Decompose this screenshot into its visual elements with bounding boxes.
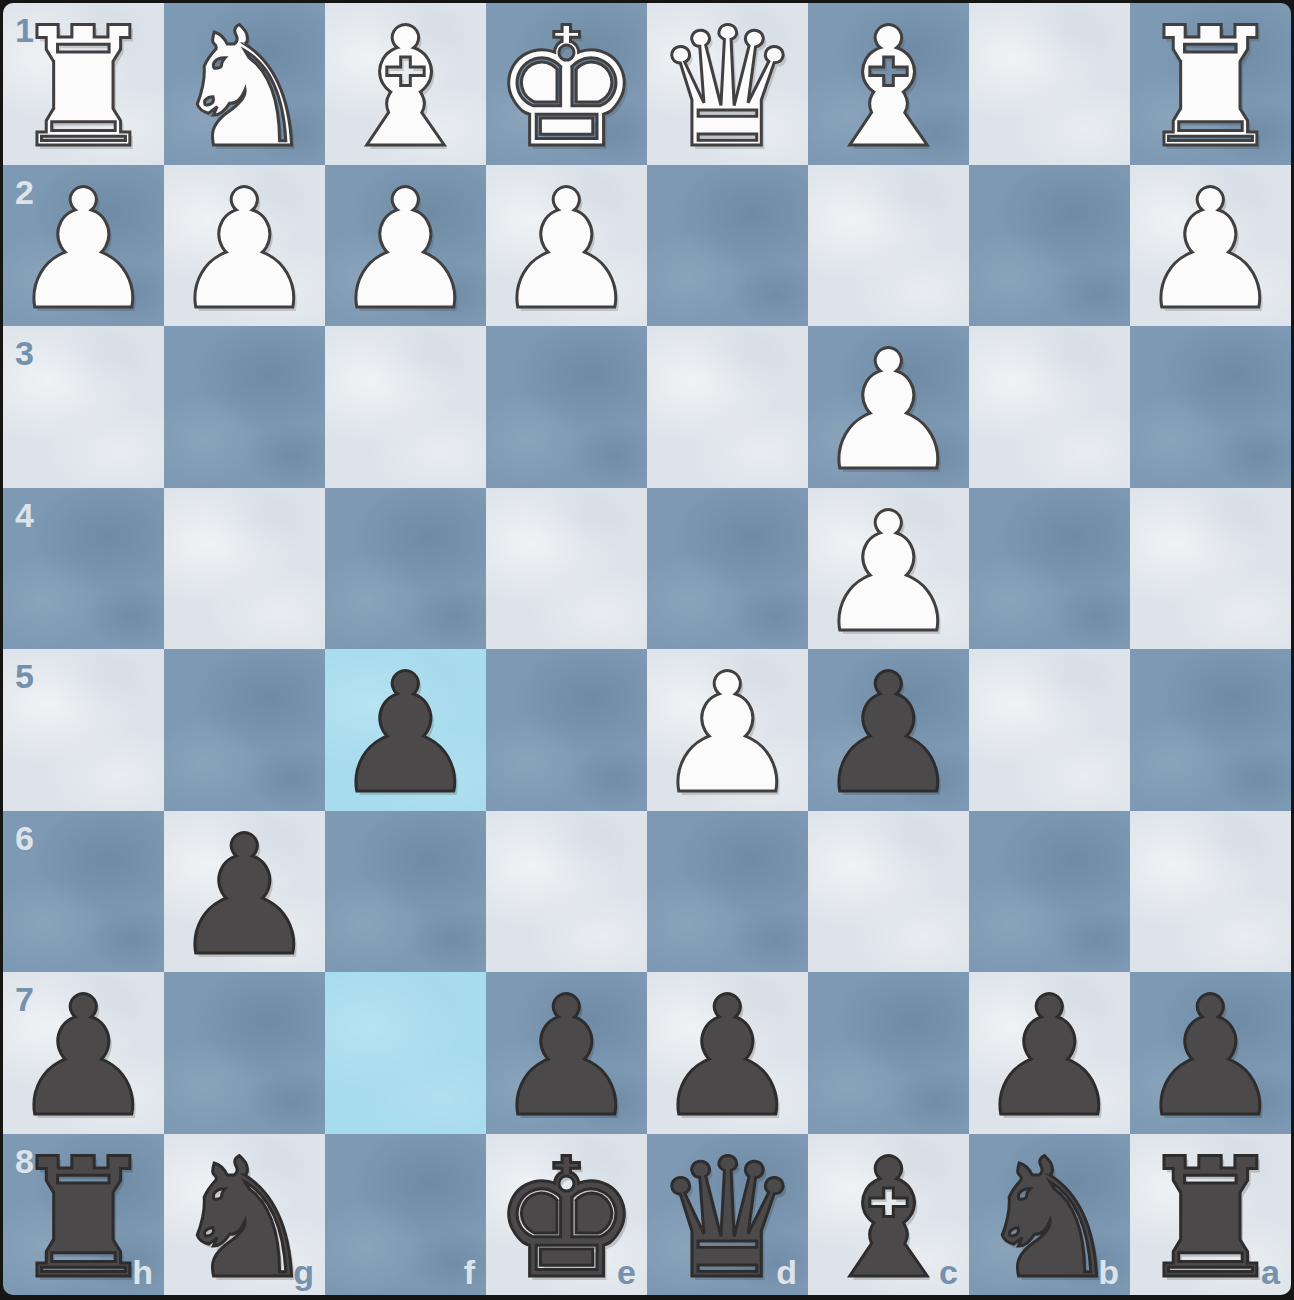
square-e3[interactable] (486, 326, 647, 488)
square-b5[interactable] (969, 649, 1130, 811)
square-d7[interactable]: ♟ (647, 972, 808, 1134)
rank-label-2: 2 (15, 175, 34, 209)
square-h3[interactable]: 3 (3, 326, 164, 488)
file-label-b: b (1098, 1255, 1119, 1289)
black-pawn[interactable]: ♟ (654, 975, 802, 1133)
square-b1[interactable] (969, 3, 1130, 165)
white-knight[interactable]: ♞ (171, 6, 319, 164)
black-pawn[interactable]: ♟ (171, 814, 319, 972)
square-a2[interactable]: ♟ (1130, 165, 1291, 327)
square-g6[interactable]: ♟ (164, 811, 325, 973)
square-d2[interactable] (647, 165, 808, 327)
square-f2[interactable]: ♟ (325, 165, 486, 327)
white-pawn[interactable]: ♟ (654, 652, 802, 810)
square-b8[interactable]: b♞ (969, 1134, 1130, 1296)
white-queen[interactable]: ♛ (654, 6, 802, 164)
square-d6[interactable] (647, 811, 808, 973)
square-h7[interactable]: 7♟ (3, 972, 164, 1134)
black-pawn[interactable]: ♟ (976, 975, 1124, 1133)
square-f5[interactable]: ♟ (325, 649, 486, 811)
file-label-f: f (464, 1255, 475, 1289)
square-h1[interactable]: 1♜ (3, 3, 164, 165)
square-h5[interactable]: 5 (3, 649, 164, 811)
square-d1[interactable]: ♛ (647, 3, 808, 165)
chess-app: 1♜♞♝♚♛♝♜2♟♟♟♟♟3♟4♟5♟♟♟6♟7♟♟♟♟♟8h♜g♞fe♚d♛… (0, 0, 1294, 1300)
square-e1[interactable]: ♚ (486, 3, 647, 165)
white-pawn[interactable]: ♟ (815, 329, 963, 487)
square-b4[interactable] (969, 488, 1130, 650)
square-h2[interactable]: 2♟ (3, 165, 164, 327)
square-a6[interactable] (1130, 811, 1291, 973)
white-pawn[interactable]: ♟ (493, 168, 641, 326)
rank-label-5: 5 (15, 659, 34, 693)
rank-label-7: 7 (15, 982, 34, 1016)
white-bishop[interactable]: ♝ (332, 6, 480, 164)
square-b3[interactable] (969, 326, 1130, 488)
black-pawn[interactable]: ♟ (493, 975, 641, 1133)
square-b7[interactable]: ♟ (969, 972, 1130, 1134)
square-g8[interactable]: g♞ (164, 1134, 325, 1296)
square-e6[interactable] (486, 811, 647, 973)
square-c1[interactable]: ♝ (808, 3, 969, 165)
file-label-h: h (132, 1255, 153, 1289)
square-a7[interactable]: ♟ (1130, 972, 1291, 1134)
square-c5[interactable]: ♟ (808, 649, 969, 811)
file-label-g: g (293, 1255, 314, 1289)
square-g4[interactable] (164, 488, 325, 650)
square-g2[interactable]: ♟ (164, 165, 325, 327)
file-label-e: e (617, 1255, 636, 1289)
square-e7[interactable]: ♟ (486, 972, 647, 1134)
square-c8[interactable]: c♝ (808, 1134, 969, 1296)
square-e5[interactable] (486, 649, 647, 811)
file-label-d: d (776, 1255, 797, 1289)
square-h8[interactable]: 8h♜ (3, 1134, 164, 1296)
square-e8[interactable]: e♚ (486, 1134, 647, 1296)
white-rook[interactable]: ♜ (1137, 6, 1285, 164)
square-e4[interactable] (486, 488, 647, 650)
square-d8[interactable]: d♛ (647, 1134, 808, 1296)
square-g5[interactable] (164, 649, 325, 811)
rank-label-3: 3 (15, 336, 34, 370)
square-a8[interactable]: a♜ (1130, 1134, 1291, 1296)
square-g3[interactable] (164, 326, 325, 488)
square-b2[interactable] (969, 165, 1130, 327)
square-a3[interactable] (1130, 326, 1291, 488)
rank-label-8: 8 (15, 1144, 34, 1178)
square-c7[interactable] (808, 972, 969, 1134)
black-pawn[interactable]: ♟ (332, 652, 480, 810)
white-bishop[interactable]: ♝ (815, 6, 963, 164)
square-d3[interactable] (647, 326, 808, 488)
white-pawn[interactable]: ♟ (332, 168, 480, 326)
square-a5[interactable] (1130, 649, 1291, 811)
square-c6[interactable] (808, 811, 969, 973)
square-c4[interactable]: ♟ (808, 488, 969, 650)
square-b6[interactable] (969, 811, 1130, 973)
square-g7[interactable] (164, 972, 325, 1134)
square-f7[interactable] (325, 972, 486, 1134)
black-pawn[interactable]: ♟ (1137, 975, 1285, 1133)
white-pawn[interactable]: ♟ (171, 168, 319, 326)
square-f4[interactable] (325, 488, 486, 650)
square-f3[interactable] (325, 326, 486, 488)
square-f1[interactable]: ♝ (325, 3, 486, 165)
square-a1[interactable]: ♜ (1130, 3, 1291, 165)
chess-board: 1♜♞♝♚♛♝♜2♟♟♟♟♟3♟4♟5♟♟♟6♟7♟♟♟♟♟8h♜g♞fe♚d♛… (3, 3, 1291, 1295)
square-f8[interactable]: f (325, 1134, 486, 1296)
square-h6[interactable]: 6 (3, 811, 164, 973)
square-a4[interactable] (1130, 488, 1291, 650)
black-pawn[interactable]: ♟ (815, 652, 963, 810)
file-label-a: a (1261, 1255, 1280, 1289)
square-e2[interactable]: ♟ (486, 165, 647, 327)
square-g1[interactable]: ♞ (164, 3, 325, 165)
square-c2[interactable] (808, 165, 969, 327)
white-pawn[interactable]: ♟ (1137, 168, 1285, 326)
rank-label-4: 4 (15, 498, 34, 532)
white-king[interactable]: ♚ (493, 6, 641, 164)
file-label-c: c (939, 1255, 958, 1289)
square-d4[interactable] (647, 488, 808, 650)
square-c3[interactable]: ♟ (808, 326, 969, 488)
rank-label-1: 1 (15, 13, 34, 47)
square-h4[interactable]: 4 (3, 488, 164, 650)
white-pawn[interactable]: ♟ (815, 491, 963, 649)
rank-label-6: 6 (15, 821, 34, 855)
square-d5[interactable]: ♟ (647, 649, 808, 811)
square-f6[interactable] (325, 811, 486, 973)
